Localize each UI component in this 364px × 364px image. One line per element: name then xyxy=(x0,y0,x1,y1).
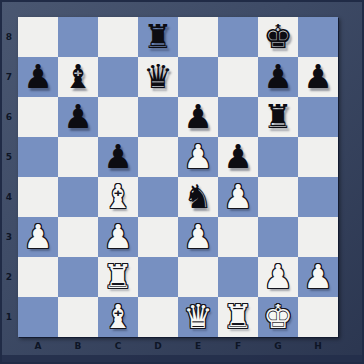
square-e7[interactable] xyxy=(178,57,218,97)
file-labels: ABCDEFGH xyxy=(18,339,338,354)
piece-black-pawn-a7: ♟ xyxy=(23,57,53,97)
square-b3[interactable] xyxy=(58,217,98,257)
rank-label-6: 6 xyxy=(0,97,18,137)
square-c7[interactable] xyxy=(98,57,138,97)
chess-board: ♜♚♟♝♛♟♟♟♟♜♟♟♟♝♞♟♟♟♟♜♟♟♝♛♜♚ xyxy=(18,17,338,337)
square-g6[interactable]: ♜ xyxy=(258,97,298,137)
square-h2[interactable]: ♟ xyxy=(298,257,338,297)
square-g3[interactable] xyxy=(258,217,298,257)
square-g1[interactable]: ♚ xyxy=(258,297,298,337)
piece-black-pawn-e6: ♟ xyxy=(183,97,213,137)
square-d1[interactable] xyxy=(138,297,178,337)
file-label-c: C xyxy=(98,339,138,354)
square-e2[interactable] xyxy=(178,257,218,297)
square-h8[interactable] xyxy=(298,17,338,57)
square-c3[interactable]: ♟ xyxy=(98,217,138,257)
piece-white-rook-f1: ♜ xyxy=(223,297,253,337)
piece-white-pawn-e3: ♟ xyxy=(183,217,213,257)
square-f7[interactable] xyxy=(218,57,258,97)
piece-black-rook-g6: ♜ xyxy=(263,97,293,137)
square-c4[interactable]: ♝ xyxy=(98,177,138,217)
piece-black-pawn-b6: ♟ xyxy=(63,97,93,137)
square-f6[interactable] xyxy=(218,97,258,137)
square-b2[interactable] xyxy=(58,257,98,297)
square-a4[interactable] xyxy=(18,177,58,217)
square-g7[interactable]: ♟ xyxy=(258,57,298,97)
square-b7[interactable]: ♝ xyxy=(58,57,98,97)
piece-white-queen-e1: ♛ xyxy=(183,297,213,337)
piece-white-pawn-f4: ♟ xyxy=(223,177,253,217)
piece-black-bishop-b7: ♝ xyxy=(63,57,93,97)
piece-black-pawn-c5: ♟ xyxy=(103,137,133,177)
square-b6[interactable]: ♟ xyxy=(58,97,98,137)
piece-black-pawn-g7: ♟ xyxy=(263,57,293,97)
square-c5[interactable]: ♟ xyxy=(98,137,138,177)
square-b1[interactable] xyxy=(58,297,98,337)
square-h7[interactable]: ♟ xyxy=(298,57,338,97)
square-g4[interactable] xyxy=(258,177,298,217)
rank-label-5: 5 xyxy=(0,137,18,177)
piece-black-knight-e4: ♞ xyxy=(183,177,213,217)
piece-white-pawn-a3: ♟ xyxy=(23,217,53,257)
square-h3[interactable] xyxy=(298,217,338,257)
square-d2[interactable] xyxy=(138,257,178,297)
file-label-b: B xyxy=(58,339,98,354)
square-e1[interactable]: ♛ xyxy=(178,297,218,337)
file-label-d: D xyxy=(138,339,178,354)
square-f4[interactable]: ♟ xyxy=(218,177,258,217)
piece-black-pawn-h7: ♟ xyxy=(303,57,333,97)
square-h1[interactable] xyxy=(298,297,338,337)
square-b4[interactable] xyxy=(58,177,98,217)
square-a1[interactable] xyxy=(18,297,58,337)
rank-label-4: 4 xyxy=(0,177,18,217)
square-d3[interactable] xyxy=(138,217,178,257)
piece-white-king-g1: ♚ xyxy=(263,297,293,337)
square-g5[interactable] xyxy=(258,137,298,177)
piece-white-bishop-c1: ♝ xyxy=(103,297,133,337)
square-c1[interactable]: ♝ xyxy=(98,297,138,337)
rank-label-1: 1 xyxy=(0,297,18,337)
square-a8[interactable] xyxy=(18,17,58,57)
square-a3[interactable]: ♟ xyxy=(18,217,58,257)
square-h4[interactable] xyxy=(298,177,338,217)
square-d6[interactable] xyxy=(138,97,178,137)
piece-black-rook-d8: ♜ xyxy=(143,17,173,57)
piece-black-king-g8: ♚ xyxy=(263,17,293,57)
square-f1[interactable]: ♜ xyxy=(218,297,258,337)
rank-label-7: 7 xyxy=(0,57,18,97)
square-a7[interactable]: ♟ xyxy=(18,57,58,97)
square-c6[interactable] xyxy=(98,97,138,137)
piece-white-rook-c2: ♜ xyxy=(103,257,133,297)
square-g8[interactable]: ♚ xyxy=(258,17,298,57)
square-d4[interactable] xyxy=(138,177,178,217)
file-label-e: E xyxy=(178,339,218,354)
piece-black-queen-d7: ♛ xyxy=(143,57,173,97)
piece-white-pawn-g2: ♟ xyxy=(263,257,293,297)
chess-board-frame: 87654321 ♜♚♟♝♛♟♟♟♟♜♟♟♟♝♞♟♟♟♟♜♟♟♝♛♜♚ ABCD… xyxy=(0,0,364,364)
square-d5[interactable] xyxy=(138,137,178,177)
square-f2[interactable] xyxy=(218,257,258,297)
rank-label-3: 3 xyxy=(0,217,18,257)
square-f5[interactable]: ♟ xyxy=(218,137,258,177)
square-e6[interactable]: ♟ xyxy=(178,97,218,137)
file-label-g: G xyxy=(258,339,298,354)
square-a6[interactable] xyxy=(18,97,58,137)
frame-bottom-bevel xyxy=(0,355,364,364)
file-label-f: F xyxy=(218,339,258,354)
square-c8[interactable] xyxy=(98,17,138,57)
square-a2[interactable] xyxy=(18,257,58,297)
square-d8[interactable]: ♜ xyxy=(138,17,178,57)
square-g2[interactable]: ♟ xyxy=(258,257,298,297)
rank-labels: 87654321 xyxy=(0,17,18,337)
file-label-h: H xyxy=(298,339,338,354)
square-d7[interactable]: ♛ xyxy=(138,57,178,97)
square-h5[interactable] xyxy=(298,137,338,177)
rank-label-2: 2 xyxy=(0,257,18,297)
file-label-a: A xyxy=(18,339,58,354)
piece-black-pawn-f5: ♟ xyxy=(223,137,253,177)
square-e5[interactable]: ♟ xyxy=(178,137,218,177)
square-b8[interactable] xyxy=(58,17,98,57)
square-e8[interactable] xyxy=(178,17,218,57)
piece-white-bishop-c4: ♝ xyxy=(103,177,133,217)
square-e3[interactable]: ♟ xyxy=(178,217,218,257)
piece-white-pawn-c3: ♟ xyxy=(103,217,133,257)
square-a5[interactable] xyxy=(18,137,58,177)
piece-white-pawn-h2: ♟ xyxy=(303,257,333,297)
square-b5[interactable] xyxy=(58,137,98,177)
rank-label-8: 8 xyxy=(0,17,18,57)
square-f3[interactable] xyxy=(218,217,258,257)
piece-white-pawn-e5: ♟ xyxy=(183,137,213,177)
square-e4[interactable]: ♞ xyxy=(178,177,218,217)
square-f8[interactable] xyxy=(218,17,258,57)
square-c2[interactable]: ♜ xyxy=(98,257,138,297)
square-h6[interactable] xyxy=(298,97,338,137)
